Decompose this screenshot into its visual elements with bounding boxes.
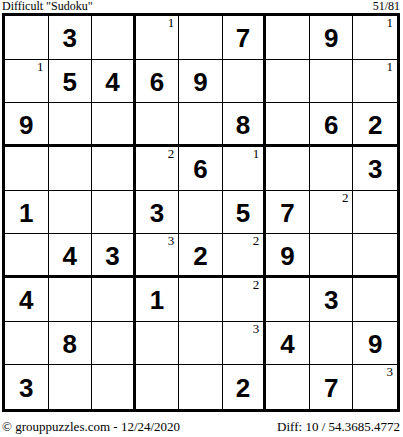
corner-step-mark: 3 bbox=[387, 365, 394, 379]
given-digit: 6 bbox=[150, 69, 164, 95]
given-digit: 3 bbox=[105, 243, 119, 269]
cell-r9c6[interactable]: 2 bbox=[223, 365, 267, 409]
cell-r5c1[interactable]: 1 bbox=[5, 191, 49, 235]
cell-r7c6[interactable]: 2 bbox=[223, 278, 267, 322]
cell-r3c9[interactable]: 2 bbox=[353, 103, 397, 147]
cell-r8c6[interactable]: 3 bbox=[223, 322, 267, 366]
cell-r1c7[interactable] bbox=[266, 16, 310, 60]
corner-step-mark: 1 bbox=[37, 60, 44, 74]
sudoku-page: Difficult "Sudoku" 51/81 317911546919862… bbox=[0, 0, 403, 437]
cell-r8c9[interactable]: 9 bbox=[353, 322, 397, 366]
cell-r1c5[interactable] bbox=[179, 16, 223, 60]
corner-step-mark: 2 bbox=[342, 191, 349, 205]
cell-r7c1[interactable]: 4 bbox=[5, 278, 49, 322]
given-digit: 3 bbox=[63, 25, 77, 51]
cell-r4c2[interactable] bbox=[49, 147, 93, 191]
cell-r9c4[interactable] bbox=[136, 365, 180, 409]
cell-r9c9[interactable]: 3 bbox=[353, 365, 397, 409]
cell-r5c8[interactable]: 2 bbox=[310, 191, 354, 235]
given-digit: 1 bbox=[19, 200, 33, 226]
given-digit: 4 bbox=[63, 243, 77, 269]
cell-r4c7[interactable] bbox=[266, 147, 310, 191]
page-title: Difficult "Sudoku" bbox=[2, 0, 93, 13]
given-digit: 5 bbox=[236, 200, 250, 226]
cell-r6c5[interactable]: 2 bbox=[179, 234, 223, 278]
cell-r6c6[interactable]: 2 bbox=[223, 234, 267, 278]
cell-r3c4[interactable] bbox=[136, 103, 180, 147]
difficulty-text: Diff: 10 / 54.3685.4772 bbox=[277, 419, 400, 434]
cell-r9c5[interactable] bbox=[179, 365, 223, 409]
footer: © grouppuzzles.com - 12/24/2020 Diff: 10… bbox=[2, 419, 400, 434]
given-digit: 3 bbox=[368, 156, 382, 182]
cell-r7c5[interactable] bbox=[179, 278, 223, 322]
given-digit: 6 bbox=[324, 112, 338, 138]
cell-r4c5[interactable]: 6 bbox=[179, 147, 223, 191]
cell-r5c5[interactable] bbox=[179, 191, 223, 235]
corner-step-mark: 2 bbox=[168, 147, 175, 161]
cell-r1c1[interactable] bbox=[5, 16, 49, 60]
cell-r5c3[interactable] bbox=[92, 191, 136, 235]
cell-r9c1[interactable]: 3 bbox=[5, 365, 49, 409]
cell-r9c8[interactable]: 7 bbox=[310, 365, 354, 409]
given-digit: 6 bbox=[193, 156, 207, 182]
cell-r5c6[interactable]: 5 bbox=[223, 191, 267, 235]
cell-r4c8[interactable] bbox=[310, 147, 354, 191]
cell-r1c4[interactable]: 1 bbox=[136, 16, 180, 60]
cell-r3c1[interactable]: 9 bbox=[5, 103, 49, 147]
cell-r7c2[interactable] bbox=[49, 278, 93, 322]
empty-cell-counter: 51/81 bbox=[373, 0, 400, 13]
cell-r2c2[interactable]: 5 bbox=[49, 60, 93, 104]
cell-r3c6[interactable]: 8 bbox=[223, 103, 267, 147]
cell-r6c2[interactable]: 4 bbox=[49, 234, 93, 278]
given-digit: 3 bbox=[19, 375, 33, 401]
cell-r8c7[interactable]: 4 bbox=[266, 322, 310, 366]
cell-r5c9[interactable] bbox=[353, 191, 397, 235]
given-digit: 9 bbox=[280, 243, 294, 269]
cell-r4c1[interactable] bbox=[5, 147, 49, 191]
cell-r7c8[interactable]: 3 bbox=[310, 278, 354, 322]
given-digit: 2 bbox=[193, 243, 207, 269]
cell-r8c5[interactable] bbox=[179, 322, 223, 366]
cell-r6c3[interactable]: 3 bbox=[92, 234, 136, 278]
cell-r8c8[interactable] bbox=[310, 322, 354, 366]
cell-r3c2[interactable] bbox=[49, 103, 93, 147]
given-digit: 9 bbox=[193, 69, 207, 95]
corner-step-mark: 1 bbox=[253, 147, 260, 161]
cell-r5c4[interactable]: 3 bbox=[136, 191, 180, 235]
cell-r1c2[interactable]: 3 bbox=[49, 16, 93, 60]
given-digit: 7 bbox=[324, 375, 338, 401]
cell-r6c1[interactable] bbox=[5, 234, 49, 278]
corner-step-mark: 1 bbox=[387, 60, 394, 74]
given-digit: 7 bbox=[236, 25, 250, 51]
cell-r3c7[interactable] bbox=[266, 103, 310, 147]
given-digit: 5 bbox=[63, 69, 77, 95]
cell-r4c3[interactable] bbox=[92, 147, 136, 191]
given-digit: 3 bbox=[150, 200, 164, 226]
cell-r7c9[interactable] bbox=[353, 278, 397, 322]
cell-r4c6[interactable]: 1 bbox=[223, 147, 267, 191]
given-digit: 8 bbox=[236, 112, 250, 138]
cell-r2c6[interactable] bbox=[223, 60, 267, 104]
corner-step-mark: 1 bbox=[168, 16, 175, 30]
cell-r1c6[interactable]: 7 bbox=[223, 16, 267, 60]
cell-r2c9[interactable]: 1 bbox=[353, 60, 397, 104]
cell-r7c3[interactable] bbox=[92, 278, 136, 322]
given-digit: 2 bbox=[368, 112, 382, 138]
cell-r8c2[interactable]: 8 bbox=[49, 322, 93, 366]
given-digit: 2 bbox=[236, 375, 250, 401]
cell-r5c7[interactable]: 7 bbox=[266, 191, 310, 235]
cell-r3c3[interactable] bbox=[92, 103, 136, 147]
header: Difficult "Sudoku" 51/81 bbox=[2, 0, 400, 13]
cell-r6c9[interactable] bbox=[353, 234, 397, 278]
cell-r1c3[interactable] bbox=[92, 16, 136, 60]
cell-r2c1[interactable]: 1 bbox=[5, 60, 49, 104]
corner-step-mark: 2 bbox=[253, 234, 260, 248]
cell-r4c4[interactable]: 2 bbox=[136, 147, 180, 191]
cell-r1c8[interactable]: 9 bbox=[310, 16, 354, 60]
cell-r6c7[interactable]: 9 bbox=[266, 234, 310, 278]
corner-step-mark: 3 bbox=[168, 234, 175, 248]
corner-step-mark: 2 bbox=[253, 278, 260, 292]
cell-r9c2[interactable] bbox=[49, 365, 93, 409]
given-digit: 9 bbox=[19, 112, 33, 138]
cell-r7c7[interactable] bbox=[266, 278, 310, 322]
cell-r6c4[interactable]: 3 bbox=[136, 234, 180, 278]
copyright-text: © grouppuzzles.com - 12/24/2020 bbox=[2, 419, 180, 434]
given-digit: 4 bbox=[105, 69, 119, 95]
cell-r7c4[interactable]: 1 bbox=[136, 278, 180, 322]
cell-r2c7[interactable] bbox=[266, 60, 310, 104]
given-digit: 4 bbox=[280, 331, 294, 357]
cell-r2c3[interactable]: 4 bbox=[92, 60, 136, 104]
cell-r1c9[interactable]: 1 bbox=[353, 16, 397, 60]
cell-r3c8[interactable]: 6 bbox=[310, 103, 354, 147]
corner-step-mark: 3 bbox=[253, 322, 260, 336]
given-digit: 4 bbox=[19, 287, 33, 313]
cell-r5c2[interactable] bbox=[49, 191, 93, 235]
cell-r2c5[interactable]: 9 bbox=[179, 60, 223, 104]
given-digit: 1 bbox=[150, 287, 164, 313]
given-digit: 3 bbox=[324, 287, 338, 313]
sudoku-board: 3179115469198622613135724332294123834932… bbox=[2, 13, 400, 412]
cell-r2c8[interactable] bbox=[310, 60, 354, 104]
given-digit: 9 bbox=[324, 25, 338, 51]
cell-r8c3[interactable] bbox=[92, 322, 136, 366]
cell-r6c8[interactable] bbox=[310, 234, 354, 278]
cell-r4c9[interactable]: 3 bbox=[353, 147, 397, 191]
cell-r3c5[interactable] bbox=[179, 103, 223, 147]
cell-r8c4[interactable] bbox=[136, 322, 180, 366]
cell-r2c4[interactable]: 6 bbox=[136, 60, 180, 104]
given-digit: 8 bbox=[63, 331, 77, 357]
cell-r8c1[interactable] bbox=[5, 322, 49, 366]
given-digit: 7 bbox=[280, 200, 294, 226]
corner-step-mark: 1 bbox=[387, 16, 394, 30]
given-digit: 9 bbox=[368, 331, 382, 357]
cell-r9c3[interactable] bbox=[92, 365, 136, 409]
cell-r9c7[interactable] bbox=[266, 365, 310, 409]
